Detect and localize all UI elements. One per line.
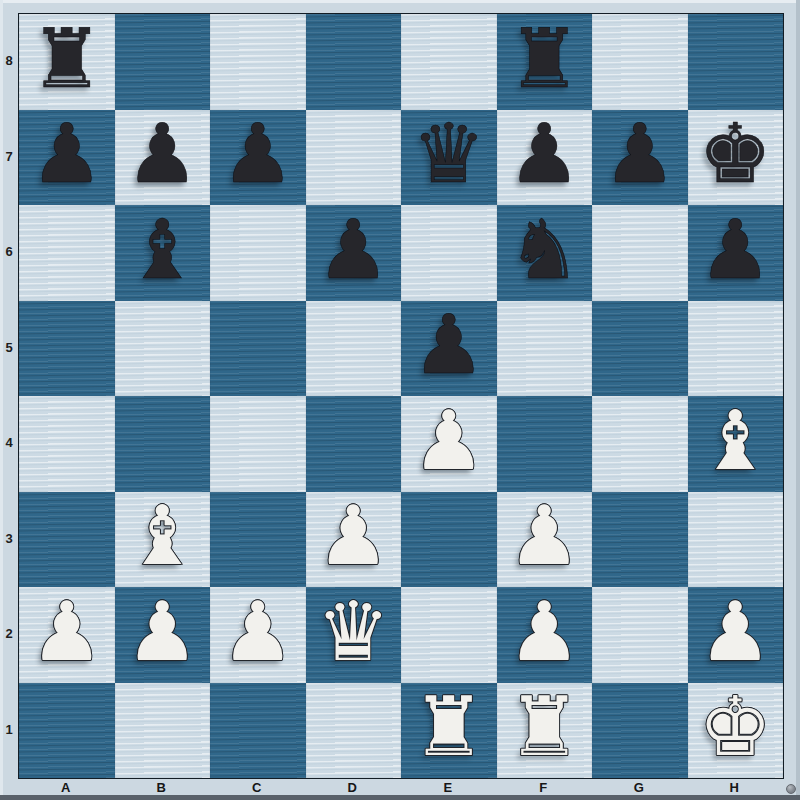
square-e4[interactable]: ♟ <box>401 396 497 492</box>
square-g5[interactable] <box>592 301 688 397</box>
square-h5[interactable] <box>688 301 784 397</box>
square-b8[interactable] <box>115 14 211 110</box>
square-c3[interactable] <box>210 492 306 588</box>
square-e8[interactable] <box>401 14 497 110</box>
piece-black-pawn[interactable]: ♟ <box>221 113 295 195</box>
piece-black-rook[interactable]: ♜ <box>507 18 581 100</box>
square-d5[interactable] <box>306 301 402 397</box>
square-c4[interactable] <box>210 396 306 492</box>
square-b6[interactable]: ♝ <box>115 205 211 301</box>
piece-white-bishop[interactable]: ♝ <box>125 495 199 577</box>
piece-white-rook[interactable]: ♜ <box>412 686 486 768</box>
square-b2[interactable]: ♟ <box>115 587 211 683</box>
chess-board: ♜♜♟♟♟♛♟♟♚♝♟♞♟♟♟♝♝♟♟♟♟♟♛♟♟♜♜♚ <box>18 13 784 779</box>
piece-white-pawn[interactable]: ♟ <box>316 495 390 577</box>
square-c1[interactable] <box>210 683 306 779</box>
square-h4[interactable]: ♝ <box>688 396 784 492</box>
rank-label-4: 4 <box>0 395 18 491</box>
corner-status-dot <box>786 784 796 794</box>
square-a5[interactable] <box>19 301 115 397</box>
square-a8[interactable]: ♜ <box>19 14 115 110</box>
square-f5[interactable] <box>497 301 593 397</box>
piece-white-pawn[interactable]: ♟ <box>221 591 295 673</box>
piece-white-pawn[interactable]: ♟ <box>698 591 772 673</box>
square-f6[interactable]: ♞ <box>497 205 593 301</box>
square-g6[interactable] <box>592 205 688 301</box>
square-f3[interactable]: ♟ <box>497 492 593 588</box>
panel-bevel-top <box>0 0 800 3</box>
rank-label-5: 5 <box>0 300 18 396</box>
rank-label-2: 2 <box>0 586 18 682</box>
square-d8[interactable] <box>306 14 402 110</box>
square-f7[interactable]: ♟ <box>497 110 593 206</box>
square-d7[interactable] <box>306 110 402 206</box>
piece-black-pawn[interactable]: ♟ <box>412 304 486 386</box>
square-c6[interactable] <box>210 205 306 301</box>
square-c2[interactable]: ♟ <box>210 587 306 683</box>
square-f1[interactable]: ♜ <box>497 683 593 779</box>
square-h2[interactable]: ♟ <box>688 587 784 683</box>
piece-white-pawn[interactable]: ♟ <box>507 591 581 673</box>
square-d4[interactable] <box>306 396 402 492</box>
piece-black-pawn[interactable]: ♟ <box>507 113 581 195</box>
square-h7[interactable]: ♚ <box>688 110 784 206</box>
piece-black-pawn[interactable]: ♟ <box>30 113 104 195</box>
square-d1[interactable] <box>306 683 402 779</box>
piece-black-pawn[interactable]: ♟ <box>603 113 677 195</box>
rank-label-8: 8 <box>0 13 18 109</box>
square-a7[interactable]: ♟ <box>19 110 115 206</box>
piece-black-queen[interactable]: ♛ <box>412 113 486 195</box>
square-h6[interactable]: ♟ <box>688 205 784 301</box>
piece-black-king[interactable]: ♚ <box>698 113 772 195</box>
piece-white-rook[interactable]: ♜ <box>507 686 581 768</box>
square-c5[interactable] <box>210 301 306 397</box>
rank-label-3: 3 <box>0 491 18 587</box>
square-b5[interactable] <box>115 301 211 397</box>
square-a4[interactable] <box>19 396 115 492</box>
rank-label-7: 7 <box>0 109 18 205</box>
piece-white-pawn[interactable]: ♟ <box>125 591 199 673</box>
rank-label-6: 6 <box>0 204 18 300</box>
piece-black-pawn[interactable]: ♟ <box>125 113 199 195</box>
piece-black-bishop[interactable]: ♝ <box>125 209 199 291</box>
square-g4[interactable] <box>592 396 688 492</box>
piece-white-bishop[interactable]: ♝ <box>698 400 772 482</box>
square-e5[interactable]: ♟ <box>401 301 497 397</box>
square-a1[interactable] <box>19 683 115 779</box>
panel-bevel-bottom <box>0 795 800 800</box>
square-e6[interactable] <box>401 205 497 301</box>
square-d6[interactable]: ♟ <box>306 205 402 301</box>
square-b1[interactable] <box>115 683 211 779</box>
square-g7[interactable]: ♟ <box>592 110 688 206</box>
square-f4[interactable] <box>497 396 593 492</box>
square-g1[interactable] <box>592 683 688 779</box>
piece-white-pawn[interactable]: ♟ <box>412 400 486 482</box>
square-c8[interactable] <box>210 14 306 110</box>
square-b7[interactable]: ♟ <box>115 110 211 206</box>
rank-labels: 87654321 <box>0 13 18 777</box>
piece-white-king[interactable]: ♚ <box>698 686 772 768</box>
square-f2[interactable]: ♟ <box>497 587 593 683</box>
square-b3[interactable]: ♝ <box>115 492 211 588</box>
square-g8[interactable] <box>592 14 688 110</box>
rank-label-1: 1 <box>0 682 18 778</box>
square-e3[interactable] <box>401 492 497 588</box>
square-h3[interactable] <box>688 492 784 588</box>
square-d3[interactable]: ♟ <box>306 492 402 588</box>
square-f8[interactable]: ♜ <box>497 14 593 110</box>
square-b4[interactable] <box>115 396 211 492</box>
square-e7[interactable]: ♛ <box>401 110 497 206</box>
piece-black-pawn[interactable]: ♟ <box>698 209 772 291</box>
square-g2[interactable] <box>592 587 688 683</box>
square-h8[interactable] <box>688 14 784 110</box>
piece-white-queen[interactable]: ♛ <box>316 591 390 673</box>
panel-bevel-right <box>796 0 800 800</box>
square-a6[interactable] <box>19 205 115 301</box>
piece-white-pawn[interactable]: ♟ <box>30 591 104 673</box>
square-d2[interactable]: ♛ <box>306 587 402 683</box>
chess-board-panel: 87654321 ♜♜♟♟♟♛♟♟♚♝♟♞♟♟♟♝♝♟♟♟♟♟♛♟♟♜♜♚ AB… <box>0 0 800 800</box>
square-c7[interactable]: ♟ <box>210 110 306 206</box>
square-a2[interactable]: ♟ <box>19 587 115 683</box>
square-e2[interactable] <box>401 587 497 683</box>
piece-black-pawn[interactable]: ♟ <box>316 209 390 291</box>
piece-white-pawn[interactable]: ♟ <box>507 495 581 577</box>
piece-black-rook[interactable]: ♜ <box>30 18 104 100</box>
square-e1[interactable]: ♜ <box>401 683 497 779</box>
square-a3[interactable] <box>19 492 115 588</box>
square-g3[interactable] <box>592 492 688 588</box>
piece-black-knight[interactable]: ♞ <box>507 209 581 291</box>
square-h1[interactable]: ♚ <box>688 683 784 779</box>
